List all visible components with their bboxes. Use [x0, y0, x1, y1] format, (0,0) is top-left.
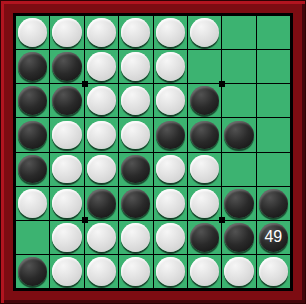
cell-c1[interactable] — [85, 16, 118, 49]
star-point — [82, 81, 88, 87]
cell-c5[interactable] — [85, 153, 118, 186]
black-disc — [121, 189, 150, 218]
cell-d1[interactable] — [119, 16, 152, 49]
cell-g8[interactable] — [222, 255, 255, 288]
white-disc — [156, 52, 185, 81]
black-disc — [259, 189, 288, 218]
white-disc — [121, 52, 150, 81]
cell-h4[interactable] — [257, 118, 290, 151]
black-disc — [18, 121, 47, 150]
cell-g6[interactable] — [222, 187, 255, 220]
black-disc — [18, 155, 47, 184]
cell-a6[interactable] — [16, 187, 49, 220]
cell-c3[interactable] — [85, 84, 118, 117]
white-disc — [121, 86, 150, 115]
white-disc — [87, 121, 116, 150]
white-disc — [52, 223, 81, 252]
black-disc — [18, 257, 47, 286]
cell-b8[interactable] — [50, 255, 83, 288]
white-disc — [52, 121, 81, 150]
black-disc — [190, 223, 219, 252]
cell-a8[interactable] — [16, 255, 49, 288]
cell-b2[interactable] — [50, 50, 83, 83]
white-disc — [259, 257, 288, 286]
black-disc — [224, 223, 253, 252]
board-frame: 49 — [0, 0, 306, 304]
white-disc — [121, 18, 150, 47]
cell-c6[interactable] — [85, 187, 118, 220]
cell-g2[interactable] — [222, 50, 255, 83]
white-disc — [87, 86, 116, 115]
black-disc — [224, 121, 253, 150]
cell-b5[interactable] — [50, 153, 83, 186]
cell-e4[interactable] — [154, 118, 187, 151]
cell-c2[interactable] — [85, 50, 118, 83]
star-point — [219, 81, 225, 87]
black-disc — [18, 52, 47, 81]
cell-b3[interactable] — [50, 84, 83, 117]
white-disc — [190, 155, 219, 184]
cell-d4[interactable] — [119, 118, 152, 151]
black-disc — [52, 86, 81, 115]
white-disc — [52, 155, 81, 184]
white-disc — [190, 257, 219, 286]
cell-g3[interactable] — [222, 84, 255, 117]
cell-d2[interactable] — [119, 50, 152, 83]
cell-h7[interactable]: 49 — [257, 221, 290, 254]
cell-f3[interactable] — [188, 84, 221, 117]
cell-a4[interactable] — [16, 118, 49, 151]
white-disc — [121, 223, 150, 252]
cell-b7[interactable] — [50, 221, 83, 254]
move-number-label: 49 — [264, 229, 282, 245]
cell-c8[interactable] — [85, 255, 118, 288]
cell-f6[interactable] — [188, 187, 221, 220]
cell-d5[interactable] — [119, 153, 152, 186]
star-point — [82, 217, 88, 223]
black-disc — [190, 86, 219, 115]
white-disc — [52, 257, 81, 286]
cell-d8[interactable] — [119, 255, 152, 288]
cell-f1[interactable] — [188, 16, 221, 49]
white-disc — [156, 223, 185, 252]
white-disc — [18, 18, 47, 47]
cell-h8[interactable] — [257, 255, 290, 288]
cell-h5[interactable] — [257, 153, 290, 186]
cell-a3[interactable] — [16, 84, 49, 117]
white-disc — [18, 189, 47, 218]
white-disc — [87, 18, 116, 47]
cell-f4[interactable] — [188, 118, 221, 151]
cell-e1[interactable] — [154, 16, 187, 49]
cell-h1[interactable] — [257, 16, 290, 49]
cell-g5[interactable] — [222, 153, 255, 186]
white-disc — [87, 155, 116, 184]
white-disc — [87, 52, 116, 81]
black-disc — [224, 189, 253, 218]
cell-f5[interactable] — [188, 153, 221, 186]
cell-c4[interactable] — [85, 118, 118, 151]
white-disc — [156, 86, 185, 115]
cell-b6[interactable] — [50, 187, 83, 220]
cell-h3[interactable] — [257, 84, 290, 117]
black-disc — [121, 155, 150, 184]
white-disc — [52, 189, 81, 218]
cell-a1[interactable] — [16, 16, 49, 49]
cell-e6[interactable] — [154, 187, 187, 220]
cell-b4[interactable] — [50, 118, 83, 151]
cell-e2[interactable] — [154, 50, 187, 83]
othello-board: 49 — [16, 16, 290, 288]
black-disc — [52, 52, 81, 81]
white-disc — [156, 18, 185, 47]
black-disc-last-move: 49 — [259, 223, 288, 252]
cell-h6[interactable] — [257, 187, 290, 220]
cell-f7[interactable] — [188, 221, 221, 254]
cell-c7[interactable] — [85, 221, 118, 254]
cell-e7[interactable] — [154, 221, 187, 254]
cell-f8[interactable] — [188, 255, 221, 288]
white-disc — [121, 257, 150, 286]
cell-f2[interactable] — [188, 50, 221, 83]
white-disc — [156, 189, 185, 218]
black-disc — [190, 121, 219, 150]
cell-h2[interactable] — [257, 50, 290, 83]
black-disc — [156, 121, 185, 150]
cell-e8[interactable] — [154, 255, 187, 288]
cell-b1[interactable] — [50, 16, 83, 49]
black-disc — [87, 189, 116, 218]
cell-a5[interactable] — [16, 153, 49, 186]
cell-d7[interactable] — [119, 221, 152, 254]
cell-a2[interactable] — [16, 50, 49, 83]
cell-d6[interactable] — [119, 187, 152, 220]
black-disc — [18, 86, 47, 115]
cell-g4[interactable] — [222, 118, 255, 151]
white-disc — [190, 189, 219, 218]
white-disc — [121, 121, 150, 150]
white-disc — [190, 18, 219, 47]
cell-g7[interactable] — [222, 221, 255, 254]
white-disc — [52, 18, 81, 47]
white-disc — [156, 155, 185, 184]
white-disc — [87, 257, 116, 286]
cell-e5[interactable] — [154, 153, 187, 186]
white-disc — [87, 223, 116, 252]
cell-d3[interactable] — [119, 84, 152, 117]
cell-a7[interactable] — [16, 221, 49, 254]
cell-g1[interactable] — [222, 16, 255, 49]
cell-e3[interactable] — [154, 84, 187, 117]
white-disc — [156, 257, 185, 286]
star-point — [219, 217, 225, 223]
board-inner-edge: 49 — [13, 13, 293, 291]
white-disc — [224, 257, 253, 286]
